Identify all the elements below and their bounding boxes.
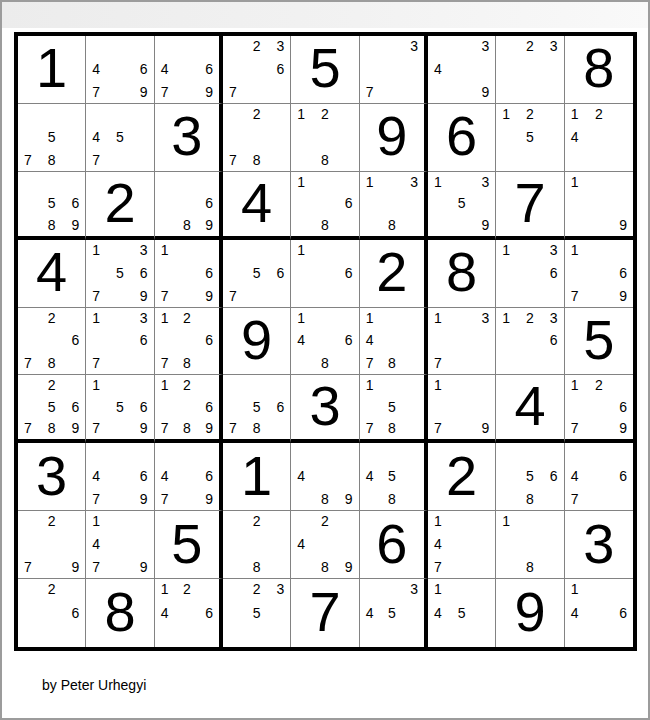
candidate-empty <box>608 127 627 147</box>
candidate-empty <box>401 378 418 397</box>
candidate-grid: 235 <box>223 579 290 647</box>
candidate-empty <box>247 378 265 397</box>
candidate-digit: 8 <box>316 486 334 506</box>
candidate-empty <box>111 416 129 435</box>
candidate-empty <box>471 554 489 574</box>
cell-r8c4[interactable]: 28 <box>223 511 291 579</box>
candidate-empty <box>196 243 213 263</box>
candidate-digit: 7 <box>161 350 178 370</box>
candidate-empty <box>334 311 352 331</box>
candidate-empty <box>608 147 627 167</box>
candidate-digit: 6 <box>129 331 147 351</box>
candidate-empty <box>502 534 520 554</box>
candidate-grid: 18 <box>496 511 563 578</box>
candidate-empty <box>111 350 129 370</box>
candidate-empty <box>452 514 470 534</box>
candidate-empty <box>334 350 352 370</box>
cell-value: 2 <box>376 244 407 300</box>
candidate-empty <box>111 243 129 263</box>
candidate-empty <box>178 602 195 622</box>
cell-r5c1[interactable]: 2678 <box>18 308 86 376</box>
candidate-digit: 4 <box>297 466 315 486</box>
cell-r7c4[interactable]: 1 <box>223 443 291 511</box>
candidate-empty <box>316 243 334 263</box>
candidate-empty <box>471 331 489 351</box>
candidate-digit: 6 <box>539 263 557 283</box>
candidate-empty <box>42 623 60 643</box>
candidate-digit: 2 <box>178 311 195 331</box>
cell-r5c7[interactable]: 137 <box>428 308 496 376</box>
candidate-empty <box>383 378 400 397</box>
candidate-grid: 125 <box>496 104 563 171</box>
cell-r4c6[interactable]: 2 <box>360 240 428 308</box>
candidate-digit: 7 <box>229 147 247 167</box>
candidate-empty <box>229 107 247 127</box>
candidate-digit: 6 <box>129 59 147 79</box>
candidate-empty <box>111 486 129 506</box>
candidate-grid: 12678 <box>155 308 219 375</box>
candidate-empty <box>24 378 42 397</box>
candidate-digit: 2 <box>178 378 195 397</box>
cell-r3c8[interactable]: 7 <box>496 172 564 240</box>
candidate-empty <box>401 59 418 79</box>
cell-r1c6[interactable]: 37 <box>360 36 428 104</box>
cell-r2c2[interactable]: 457 <box>86 104 154 172</box>
candidate-empty <box>334 175 352 194</box>
candidate-digit: 5 <box>247 602 265 622</box>
candidate-digit: 5 <box>111 263 129 283</box>
candidate-empty <box>111 39 129 59</box>
candidate-empty <box>471 397 489 416</box>
cell-r1c3[interactable]: 4679 <box>155 36 223 104</box>
candidate-empty <box>471 378 489 397</box>
candidate-digit: 8 <box>247 554 265 574</box>
cell-value: 3 <box>309 378 340 434</box>
candidate-digit: 8 <box>521 554 539 574</box>
cell-r4c1[interactable]: 4 <box>18 240 86 308</box>
candidate-digit: 1 <box>161 311 178 331</box>
candidate-empty <box>502 127 520 147</box>
cell-r3c1[interactable]: 5689 <box>18 172 86 240</box>
cell-r1c4[interactable]: 2367 <box>223 36 291 104</box>
candidate-empty <box>316 534 334 554</box>
cell-r8c7[interactable]: 147 <box>428 511 496 579</box>
cell-r4c7[interactable]: 8 <box>428 240 496 308</box>
candidate-empty <box>471 514 489 534</box>
candidate-empty <box>539 107 557 127</box>
cell-r7c9[interactable]: 467 <box>565 443 633 511</box>
candidate-empty <box>452 213 470 232</box>
candidate-digit: 6 <box>608 263 627 283</box>
candidate-empty <box>61 534 79 554</box>
cell-r7c6[interactable]: 458 <box>360 443 428 511</box>
cell-r1c9[interactable]: 8 <box>565 36 633 104</box>
candidate-digit: 1 <box>502 107 520 127</box>
cell-r9c8[interactable]: 9 <box>496 579 564 647</box>
candidate-digit: 2 <box>247 582 265 602</box>
cell-r3c2[interactable]: 2 <box>86 172 154 240</box>
cell-r7c1[interactable]: 3 <box>18 443 86 511</box>
candidate-empty <box>111 283 129 303</box>
candidate-empty <box>92 331 110 351</box>
cell-r9c5[interactable]: 7 <box>291 579 359 647</box>
cell-r8c5[interactable]: 2489 <box>291 511 359 579</box>
candidate-empty <box>401 311 418 331</box>
candidate-empty <box>24 213 42 232</box>
candidate-empty <box>366 213 383 232</box>
cell-r5c5[interactable]: 1468 <box>291 308 359 376</box>
candidate-empty <box>247 79 265 99</box>
page: 1467946792367537349238578457327812896125… <box>0 0 650 720</box>
candidate-digit: 6 <box>129 397 147 416</box>
candidate-digit: 1 <box>571 378 590 397</box>
cell-r7c2[interactable]: 4679 <box>86 443 154 511</box>
candidate-empty <box>452 397 470 416</box>
candidate-empty <box>229 602 247 622</box>
cell-r4c5[interactable]: 16 <box>291 240 359 308</box>
candidate-grid: 2367 <box>223 36 290 103</box>
candidate-digit: 5 <box>42 397 60 416</box>
candidate-digit: 7 <box>571 283 590 303</box>
cell-r9c9[interactable]: 146 <box>565 579 633 647</box>
candidate-empty <box>178 59 195 79</box>
candidate-empty <box>589 582 608 602</box>
candidate-digit: 1 <box>434 582 452 602</box>
candidate-digit: 2 <box>521 39 539 59</box>
candidate-empty <box>589 175 608 194</box>
candidate-empty <box>471 602 489 622</box>
candidate-digit: 8 <box>178 350 195 370</box>
cell-r1c2[interactable]: 4679 <box>86 36 154 104</box>
cell-r9c1[interactable]: 26 <box>18 579 86 647</box>
cell-r7c7[interactable]: 2 <box>428 443 496 511</box>
candidate-empty <box>471 534 489 554</box>
candidate-empty <box>24 127 42 147</box>
candidate-empty <box>452 378 470 397</box>
candidate-empty <box>334 514 352 534</box>
cell-value: 7 <box>514 175 545 231</box>
cell-r3c4[interactable]: 4 <box>223 172 291 240</box>
candidate-empty <box>383 582 400 602</box>
candidate-grid: 1679 <box>155 240 219 307</box>
candidate-empty <box>229 263 247 283</box>
cell-r8c3[interactable]: 5 <box>155 511 223 579</box>
cell-r2c6[interactable]: 9 <box>360 104 428 172</box>
candidate-digit: 8 <box>521 486 539 506</box>
candidate-digit: 6 <box>61 194 79 213</box>
candidate-empty <box>334 147 352 167</box>
candidate-digit: 3 <box>539 311 557 331</box>
cell-r4c2[interactable]: 135679 <box>86 240 154 308</box>
candidate-empty <box>178 79 195 99</box>
candidate-empty <box>316 283 334 303</box>
candidate-grid: 15679 <box>86 375 153 439</box>
cell-r6c6[interactable]: 1578 <box>360 375 428 443</box>
candidate-digit: 6 <box>129 263 147 283</box>
candidate-empty <box>92 107 110 127</box>
cell-r5c8[interactable]: 1236 <box>496 308 564 376</box>
cell-r2c8[interactable]: 125 <box>496 104 564 172</box>
candidate-empty <box>434 194 452 213</box>
candidate-digit: 8 <box>316 213 334 232</box>
cell-r6c7[interactable]: 179 <box>428 375 496 443</box>
candidate-empty <box>366 39 383 59</box>
cell-r3c9[interactable]: 19 <box>565 172 633 240</box>
candidate-empty <box>266 243 284 263</box>
candidate-empty <box>111 534 129 554</box>
candidate-empty <box>266 79 284 99</box>
candidate-digit: 7 <box>24 416 42 435</box>
candidate-empty <box>247 127 265 147</box>
cell-r5c9[interactable]: 5 <box>565 308 633 376</box>
credit-text: by Peter Urhegyi <box>42 677 648 693</box>
candidate-empty <box>178 39 195 59</box>
cell-value: 9 <box>376 108 407 164</box>
candidate-empty <box>539 79 557 99</box>
candidate-empty <box>334 466 352 486</box>
candidate-digit: 6 <box>129 466 147 486</box>
candidate-empty <box>196 311 213 331</box>
candidate-digit: 1 <box>161 243 178 263</box>
cell-r4c8[interactable]: 136 <box>496 240 564 308</box>
cell-r3c6[interactable]: 138 <box>360 172 428 240</box>
candidate-digit: 8 <box>383 486 400 506</box>
candidate-digit: 7 <box>92 350 110 370</box>
candidate-empty <box>61 582 79 602</box>
candidate-empty <box>452 350 470 370</box>
candidate-empty <box>266 514 284 534</box>
candidate-empty <box>178 331 195 351</box>
candidate-digit: 7 <box>24 147 42 167</box>
candidate-empty <box>589 446 608 466</box>
cell-r1c1[interactable]: 1 <box>18 36 86 104</box>
cell-r8c9[interactable]: 3 <box>565 511 633 579</box>
candidate-empty <box>502 446 520 466</box>
candidate-empty <box>471 623 489 643</box>
candidate-grid: 136 <box>496 240 563 307</box>
candidate-empty <box>61 127 79 147</box>
candidate-empty <box>178 623 195 643</box>
cell-r2c4[interactable]: 278 <box>223 104 291 172</box>
candidate-digit: 4 <box>571 466 590 486</box>
cell-r3c7[interactable]: 1359 <box>428 172 496 240</box>
cell-value: 8 <box>104 584 135 640</box>
candidate-empty <box>316 311 334 331</box>
cell-r7c8[interactable]: 568 <box>496 443 564 511</box>
candidate-empty <box>316 194 334 213</box>
candidate-empty <box>589 263 608 283</box>
cell-r6c9[interactable]: 12679 <box>565 375 633 443</box>
candidate-digit: 4 <box>571 127 590 147</box>
candidate-digit: 9 <box>471 416 489 435</box>
candidate-grid: 489 <box>291 443 358 510</box>
candidate-digit: 1 <box>297 107 315 127</box>
candidate-grid: 1478 <box>360 308 424 375</box>
candidate-digit: 4 <box>92 59 110 79</box>
candidate-digit: 1 <box>434 311 452 331</box>
candidate-empty <box>539 59 557 79</box>
candidate-digit: 9 <box>129 416 147 435</box>
candidate-empty <box>521 350 539 370</box>
candidate-grid: 1479 <box>86 511 153 578</box>
candidate-grid: 1367 <box>86 308 153 375</box>
candidate-digit: 3 <box>401 175 418 194</box>
candidate-empty <box>589 194 608 213</box>
candidate-empty <box>401 416 418 435</box>
candidate-grid: 135679 <box>86 240 153 307</box>
cell-r4c9[interactable]: 1679 <box>565 240 633 308</box>
candidate-empty <box>502 59 520 79</box>
cell-r4c4[interactable]: 567 <box>223 240 291 308</box>
candidate-empty <box>24 331 42 351</box>
candidate-empty <box>539 127 557 147</box>
candidate-empty <box>502 486 520 506</box>
candidate-empty <box>24 582 42 602</box>
candidate-digit: 3 <box>539 39 557 59</box>
candidate-empty <box>521 59 539 79</box>
cell-r7c5[interactable]: 489 <box>291 443 359 511</box>
candidate-digit: 3 <box>129 243 147 263</box>
candidate-digit: 6 <box>196 263 213 283</box>
candidate-digit: 4 <box>571 602 590 622</box>
cell-r4c3[interactable]: 1679 <box>155 240 223 308</box>
candidate-grid: 128 <box>291 104 358 171</box>
cell-r9c4[interactable]: 235 <box>223 579 291 647</box>
cell-r3c5[interactable]: 168 <box>291 172 359 240</box>
cell-r6c8[interactable]: 4 <box>496 375 564 443</box>
candidate-empty <box>24 623 42 643</box>
candidate-empty <box>502 39 520 59</box>
cell-r9c2[interactable]: 8 <box>86 579 154 647</box>
candidate-digit: 4 <box>297 534 315 554</box>
cell-r6c4[interactable]: 5678 <box>223 375 291 443</box>
cell-r6c1[interactable]: 256789 <box>18 375 86 443</box>
candidate-empty <box>401 466 418 486</box>
cell-r5c6[interactable]: 1478 <box>360 308 428 376</box>
candidate-empty <box>452 582 470 602</box>
candidate-grid: 279 <box>18 511 85 578</box>
cell-r5c2[interactable]: 1367 <box>86 308 154 376</box>
candidate-empty <box>401 623 418 643</box>
candidate-digit: 2 <box>247 107 265 127</box>
cell-r9c6[interactable]: 345 <box>360 579 428 647</box>
candidate-empty <box>229 39 247 59</box>
candidate-digit: 1 <box>571 582 590 602</box>
cell-value: 4 <box>241 175 272 231</box>
candidate-digit: 1 <box>502 243 520 263</box>
candidate-grid: 1679 <box>565 240 633 307</box>
candidate-empty <box>571 397 590 416</box>
candidate-digit: 8 <box>42 416 60 435</box>
candidate-digit: 3 <box>471 39 489 59</box>
cell-r1c7[interactable]: 349 <box>428 36 496 104</box>
cell-r5c3[interactable]: 12678 <box>155 308 223 376</box>
candidate-empty <box>539 554 557 574</box>
cell-r2c1[interactable]: 578 <box>18 104 86 172</box>
candidate-digit: 7 <box>161 79 178 99</box>
candidate-digit: 6 <box>61 397 79 416</box>
candidate-empty <box>608 623 627 643</box>
candidate-digit: 8 <box>383 213 400 232</box>
candidate-digit: 6 <box>196 194 213 213</box>
candidate-grid: 28 <box>223 511 290 578</box>
candidate-digit: 5 <box>383 602 400 622</box>
candidate-digit: 1 <box>571 243 590 263</box>
cell-r2c5[interactable]: 128 <box>291 104 359 172</box>
candidate-empty <box>229 514 247 534</box>
candidate-empty <box>229 59 247 79</box>
candidate-empty <box>111 147 129 167</box>
candidate-digit: 2 <box>178 582 195 602</box>
candidate-empty <box>24 311 42 331</box>
cell-r2c7[interactable]: 6 <box>428 104 496 172</box>
candidate-digit: 5 <box>111 397 129 416</box>
cell-r2c3[interactable]: 3 <box>155 104 223 172</box>
candidate-empty <box>178 446 195 466</box>
cell-r8c6[interactable]: 6 <box>360 511 428 579</box>
candidate-digit: 2 <box>589 378 608 397</box>
candidate-digit: 9 <box>334 486 352 506</box>
candidate-digit: 9 <box>471 213 489 232</box>
candidate-digit: 7 <box>24 554 42 574</box>
candidate-empty <box>178 175 195 194</box>
candidate-empty <box>366 623 383 643</box>
candidate-digit: 9 <box>61 416 79 435</box>
candidate-empty <box>161 39 178 59</box>
cell-r1c8[interactable]: 23 <box>496 36 564 104</box>
candidate-empty <box>24 514 42 534</box>
candidate-grid: 2489 <box>291 511 358 578</box>
cell-r3c3[interactable]: 689 <box>155 172 223 240</box>
cell-r6c3[interactable]: 126789 <box>155 375 223 443</box>
candidate-grid: 458 <box>360 443 424 510</box>
cell-r9c3[interactable]: 1246 <box>155 579 223 647</box>
cell-r9c7[interactable]: 145 <box>428 579 496 647</box>
candidate-empty <box>266 602 284 622</box>
candidate-grid: 689 <box>155 172 219 236</box>
candidate-digit: 7 <box>92 147 110 167</box>
cell-r2c9[interactable]: 124 <box>565 104 633 172</box>
cell-r5c4[interactable]: 9 <box>223 308 291 376</box>
candidate-digit: 9 <box>196 79 213 99</box>
candidate-empty <box>178 283 195 303</box>
candidate-grid: 2678 <box>18 308 85 375</box>
sudoku-board: 1467946792367537349238578457327812896125… <box>14 32 637 651</box>
candidate-empty <box>297 147 315 167</box>
cell-r6c5[interactable]: 3 <box>291 375 359 443</box>
candidate-empty <box>111 378 129 397</box>
cell-r8c2[interactable]: 1479 <box>86 511 154 579</box>
candidate-digit: 8 <box>178 416 195 435</box>
candidate-empty <box>92 263 110 283</box>
candidate-empty <box>61 311 79 331</box>
candidate-grid: 23 <box>496 36 563 103</box>
candidate-empty <box>266 107 284 127</box>
candidate-grid: 138 <box>360 172 424 236</box>
candidate-digit: 9 <box>196 213 213 232</box>
candidate-digit: 7 <box>92 79 110 99</box>
cell-r8c1[interactable]: 279 <box>18 511 86 579</box>
candidate-empty <box>229 127 247 147</box>
candidate-empty <box>161 397 178 416</box>
cell-r8c8[interactable]: 18 <box>496 511 564 579</box>
cell-value: 9 <box>241 312 272 368</box>
cell-r1c5[interactable]: 5 <box>291 36 359 104</box>
candidate-empty <box>42 554 60 574</box>
candidate-digit: 7 <box>229 416 247 435</box>
cell-r7c3[interactable]: 4679 <box>155 443 223 511</box>
cell-r6c2[interactable]: 15679 <box>86 375 154 443</box>
